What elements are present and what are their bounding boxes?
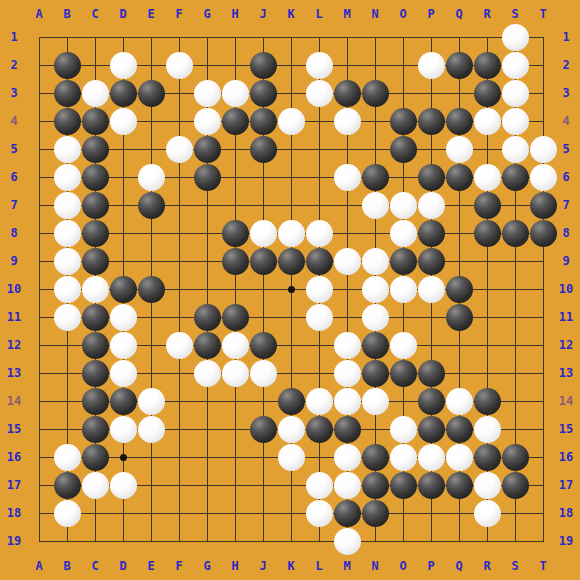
black-stone-N17 <box>362 472 389 499</box>
white-stone-N7 <box>362 192 389 219</box>
black-stone-N13 <box>362 360 389 387</box>
white-stone-M14 <box>334 388 361 415</box>
black-stone-H8 <box>222 220 249 247</box>
coord-label-left-7: 7 <box>0 198 28 212</box>
white-stone-R17 <box>474 472 501 499</box>
coord-label-bottom-D: D <box>112 559 134 573</box>
white-stone-B18 <box>54 500 81 527</box>
white-stone-B9 <box>54 248 81 275</box>
coord-label-bottom-P: P <box>420 559 442 573</box>
black-stone-M3 <box>334 80 361 107</box>
coord-label-right-17: 17 <box>552 478 580 492</box>
white-stone-M13 <box>334 360 361 387</box>
black-stone-Q2 <box>446 52 473 79</box>
white-stone-L3 <box>306 80 333 107</box>
coord-label-left-3: 3 <box>0 86 28 100</box>
black-stone-E10 <box>138 276 165 303</box>
black-stone-M18 <box>334 500 361 527</box>
white-stone-K15 <box>278 416 305 443</box>
black-stone-G12 <box>194 332 221 359</box>
white-stone-O16 <box>390 444 417 471</box>
white-stone-R15 <box>474 416 501 443</box>
coord-label-top-E: E <box>140 7 162 21</box>
white-stone-M4 <box>334 108 361 135</box>
black-stone-K14 <box>278 388 305 415</box>
coord-label-bottom-S: S <box>504 559 526 573</box>
white-stone-P2 <box>418 52 445 79</box>
black-stone-O17 <box>390 472 417 499</box>
star-point-K10 <box>288 286 295 293</box>
black-stone-H9 <box>222 248 249 275</box>
black-stone-P14 <box>418 388 445 415</box>
white-stone-D4 <box>110 108 137 135</box>
coord-label-top-P: P <box>420 7 442 21</box>
coord-label-left-8: 8 <box>0 226 28 240</box>
white-stone-D15 <box>110 416 137 443</box>
black-stone-J5 <box>250 136 277 163</box>
coord-label-bottom-L: L <box>308 559 330 573</box>
coord-label-top-H: H <box>224 7 246 21</box>
coord-label-right-10: 10 <box>552 282 580 296</box>
black-stone-Q10 <box>446 276 473 303</box>
coord-label-top-K: K <box>280 7 302 21</box>
white-stone-K16 <box>278 444 305 471</box>
white-stone-N14 <box>362 388 389 415</box>
coord-label-left-10: 10 <box>0 282 28 296</box>
black-stone-N18 <box>362 500 389 527</box>
black-stone-B3 <box>54 80 81 107</box>
black-stone-E3 <box>138 80 165 107</box>
black-stone-P9 <box>418 248 445 275</box>
black-stone-G11 <box>194 304 221 331</box>
coord-label-top-F: F <box>168 7 190 21</box>
black-stone-N16 <box>362 444 389 471</box>
white-stone-S5 <box>502 136 529 163</box>
coord-label-left-6: 6 <box>0 170 28 184</box>
coord-label-top-B: B <box>56 7 78 21</box>
black-stone-H4 <box>222 108 249 135</box>
coord-label-right-13: 13 <box>552 366 580 380</box>
coord-label-left-16: 16 <box>0 450 28 464</box>
black-stone-R16 <box>474 444 501 471</box>
black-stone-Q17 <box>446 472 473 499</box>
white-stone-F5 <box>166 136 193 163</box>
white-stone-B5 <box>54 136 81 163</box>
white-stone-R4 <box>474 108 501 135</box>
black-stone-J4 <box>250 108 277 135</box>
go-board[interactable]: ABCDEFGHJKLMNOPQRST ABCDEFGHJKLMNOPQRST … <box>0 0 580 580</box>
coord-label-left-2: 2 <box>0 58 28 72</box>
black-stone-O4 <box>390 108 417 135</box>
black-stone-N6 <box>362 164 389 191</box>
black-stone-N3 <box>362 80 389 107</box>
coord-label-top-C: C <box>84 7 106 21</box>
white-stone-E6 <box>138 164 165 191</box>
coord-label-left-13: 13 <box>0 366 28 380</box>
coord-label-top-M: M <box>336 7 358 21</box>
white-stone-O15 <box>390 416 417 443</box>
coord-label-bottom-B: B <box>56 559 78 573</box>
black-stone-C13 <box>82 360 109 387</box>
white-stone-L14 <box>306 388 333 415</box>
black-stone-K9 <box>278 248 305 275</box>
white-stone-J8 <box>250 220 277 247</box>
black-stone-O13 <box>390 360 417 387</box>
white-stone-B6 <box>54 164 81 191</box>
black-stone-C7 <box>82 192 109 219</box>
coord-label-top-N: N <box>364 7 386 21</box>
white-stone-R18 <box>474 500 501 527</box>
white-stone-J13 <box>250 360 277 387</box>
coord-label-right-3: 3 <box>552 86 580 100</box>
white-stone-E14 <box>138 388 165 415</box>
white-stone-F2 <box>166 52 193 79</box>
star-point-D16 <box>120 454 127 461</box>
black-stone-P13 <box>418 360 445 387</box>
white-stone-S4 <box>502 108 529 135</box>
black-stone-Q11 <box>446 304 473 331</box>
black-stone-J12 <box>250 332 277 359</box>
black-stone-G5 <box>194 136 221 163</box>
black-stone-B4 <box>54 108 81 135</box>
white-stone-M9 <box>334 248 361 275</box>
black-stone-B2 <box>54 52 81 79</box>
coord-label-right-12: 12 <box>552 338 580 352</box>
coord-label-top-Q: Q <box>448 7 470 21</box>
black-stone-D10 <box>110 276 137 303</box>
black-stone-C11 <box>82 304 109 331</box>
black-stone-J2 <box>250 52 277 79</box>
black-stone-H11 <box>222 304 249 331</box>
coord-label-bottom-C: C <box>84 559 106 573</box>
white-stone-N11 <box>362 304 389 331</box>
black-stone-R14 <box>474 388 501 415</box>
white-stone-L11 <box>306 304 333 331</box>
coord-label-left-5: 5 <box>0 142 28 156</box>
coord-label-bottom-M: M <box>336 559 358 573</box>
white-stone-B16 <box>54 444 81 471</box>
black-stone-P4 <box>418 108 445 135</box>
go-app-window: ABCDEFGHJKLMNOPQRST ABCDEFGHJKLMNOPQRST … <box>0 0 580 580</box>
white-stone-Q5 <box>446 136 473 163</box>
white-stone-B10 <box>54 276 81 303</box>
black-stone-C4 <box>82 108 109 135</box>
coord-label-right-15: 15 <box>552 422 580 436</box>
white-stone-S2 <box>502 52 529 79</box>
white-stone-O8 <box>390 220 417 247</box>
coord-label-bottom-H: H <box>224 559 246 573</box>
coord-label-right-9: 9 <box>552 254 580 268</box>
white-stone-L18 <box>306 500 333 527</box>
white-stone-S3 <box>502 80 529 107</box>
black-stone-C15 <box>82 416 109 443</box>
coord-label-right-8: 8 <box>552 226 580 240</box>
coord-label-left-12: 12 <box>0 338 28 352</box>
coord-label-top-G: G <box>196 7 218 21</box>
black-stone-G6 <box>194 164 221 191</box>
black-stone-C16 <box>82 444 109 471</box>
black-stone-E7 <box>138 192 165 219</box>
coord-label-right-5: 5 <box>552 142 580 156</box>
black-stone-C6 <box>82 164 109 191</box>
white-stone-D13 <box>110 360 137 387</box>
black-stone-D14 <box>110 388 137 415</box>
coord-label-right-19: 19 <box>552 534 580 548</box>
white-stone-M17 <box>334 472 361 499</box>
black-stone-C9 <box>82 248 109 275</box>
black-stone-R7 <box>474 192 501 219</box>
coord-label-left-15: 15 <box>0 422 28 436</box>
black-stone-P17 <box>418 472 445 499</box>
black-stone-C14 <box>82 388 109 415</box>
black-stone-Q4 <box>446 108 473 135</box>
white-stone-C17 <box>82 472 109 499</box>
black-stone-B17 <box>54 472 81 499</box>
black-stone-Q6 <box>446 164 473 191</box>
white-stone-G13 <box>194 360 221 387</box>
coord-label-left-9: 9 <box>0 254 28 268</box>
coord-label-bottom-R: R <box>476 559 498 573</box>
white-stone-B8 <box>54 220 81 247</box>
coord-label-right-11: 11 <box>552 310 580 324</box>
black-stone-P15 <box>418 416 445 443</box>
white-stone-L8 <box>306 220 333 247</box>
black-stone-L15 <box>306 416 333 443</box>
white-stone-D12 <box>110 332 137 359</box>
white-stone-O7 <box>390 192 417 219</box>
coord-label-bottom-G: G <box>196 559 218 573</box>
black-stone-C8 <box>82 220 109 247</box>
black-stone-D3 <box>110 80 137 107</box>
white-stone-H3 <box>222 80 249 107</box>
black-stone-P6 <box>418 164 445 191</box>
white-stone-E15 <box>138 416 165 443</box>
white-stone-L10 <box>306 276 333 303</box>
white-stone-M12 <box>334 332 361 359</box>
white-stone-D17 <box>110 472 137 499</box>
coord-label-right-2: 2 <box>552 58 580 72</box>
coord-label-left-1: 1 <box>0 30 28 44</box>
white-stone-M6 <box>334 164 361 191</box>
coord-label-right-16: 16 <box>552 450 580 464</box>
coord-label-top-O: O <box>392 7 414 21</box>
coord-label-top-L: L <box>308 7 330 21</box>
white-stone-N9 <box>362 248 389 275</box>
coord-label-left-18: 18 <box>0 506 28 520</box>
coord-label-right-1: 1 <box>552 30 580 44</box>
coord-label-left-19: 19 <box>0 534 28 548</box>
black-stone-C12 <box>82 332 109 359</box>
coord-label-bottom-Q: Q <box>448 559 470 573</box>
coord-label-left-4: 4 <box>0 114 28 128</box>
coord-label-top-D: D <box>112 7 134 21</box>
coord-label-right-4: 4 <box>552 114 580 128</box>
white-stone-M16 <box>334 444 361 471</box>
white-stone-O10 <box>390 276 417 303</box>
white-stone-Q14 <box>446 388 473 415</box>
white-stone-G4 <box>194 108 221 135</box>
black-stone-R2 <box>474 52 501 79</box>
coord-label-bottom-F: F <box>168 559 190 573</box>
coord-label-left-11: 11 <box>0 310 28 324</box>
coord-label-right-18: 18 <box>552 506 580 520</box>
white-stone-D11 <box>110 304 137 331</box>
coord-label-right-14: 14 <box>552 394 580 408</box>
white-stone-Q16 <box>446 444 473 471</box>
white-stone-H13 <box>222 360 249 387</box>
black-stone-J9 <box>250 248 277 275</box>
coord-label-bottom-E: E <box>140 559 162 573</box>
black-stone-J3 <box>250 80 277 107</box>
white-stone-L17 <box>306 472 333 499</box>
white-stone-D2 <box>110 52 137 79</box>
white-stone-S1 <box>502 24 529 51</box>
coord-label-bottom-K: K <box>280 559 302 573</box>
coord-label-right-6: 6 <box>552 170 580 184</box>
coord-label-bottom-O: O <box>392 559 414 573</box>
white-stone-K8 <box>278 220 305 247</box>
coord-label-top-T: T <box>532 7 554 21</box>
white-stone-O12 <box>390 332 417 359</box>
white-stone-H12 <box>222 332 249 359</box>
white-stone-P10 <box>418 276 445 303</box>
coord-label-right-7: 7 <box>552 198 580 212</box>
coord-label-left-14: 14 <box>0 394 28 408</box>
black-stone-M15 <box>334 416 361 443</box>
black-stone-O5 <box>390 136 417 163</box>
white-stone-N10 <box>362 276 389 303</box>
white-stone-F12 <box>166 332 193 359</box>
white-stone-L2 <box>306 52 333 79</box>
coord-label-bottom-N: N <box>364 559 386 573</box>
coord-label-top-A: A <box>28 7 50 21</box>
coord-label-bottom-J: J <box>252 559 274 573</box>
coord-label-top-S: S <box>504 7 526 21</box>
white-stone-K4 <box>278 108 305 135</box>
white-stone-G3 <box>194 80 221 107</box>
black-stone-S17 <box>502 472 529 499</box>
black-stone-C5 <box>82 136 109 163</box>
black-stone-L9 <box>306 248 333 275</box>
white-stone-R6 <box>474 164 501 191</box>
black-stone-R8 <box>474 220 501 247</box>
black-stone-S16 <box>502 444 529 471</box>
white-stone-B7 <box>54 192 81 219</box>
coord-label-top-R: R <box>476 7 498 21</box>
white-stone-M19 <box>334 528 361 555</box>
white-stone-C10 <box>82 276 109 303</box>
coord-label-left-17: 17 <box>0 478 28 492</box>
black-stone-J15 <box>250 416 277 443</box>
black-stone-N12 <box>362 332 389 359</box>
coord-label-bottom-T: T <box>532 559 554 573</box>
black-stone-Q15 <box>446 416 473 443</box>
coord-label-bottom-A: A <box>28 559 50 573</box>
white-stone-P16 <box>418 444 445 471</box>
black-stone-R3 <box>474 80 501 107</box>
black-stone-S6 <box>502 164 529 191</box>
coord-label-top-J: J <box>252 7 274 21</box>
white-stone-P7 <box>418 192 445 219</box>
white-stone-B11 <box>54 304 81 331</box>
black-stone-P8 <box>418 220 445 247</box>
white-stone-C3 <box>82 80 109 107</box>
black-stone-O9 <box>390 248 417 275</box>
black-stone-S8 <box>502 220 529 247</box>
